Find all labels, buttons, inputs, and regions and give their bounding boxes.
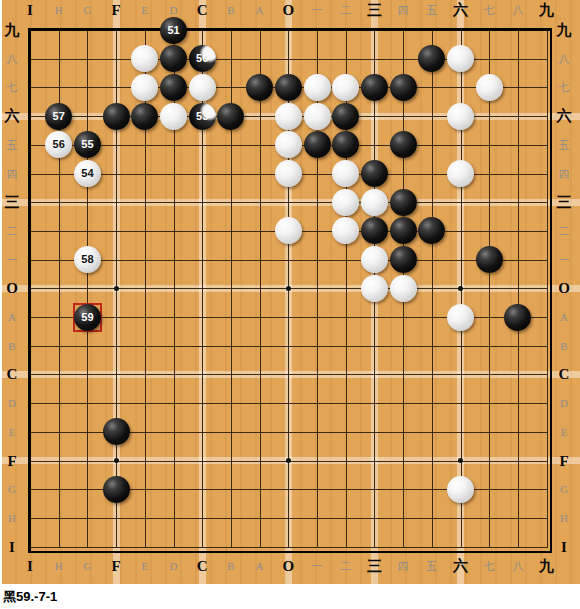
- coord-label-right: I: [561, 538, 567, 555]
- stone-black[interactable]: [361, 160, 388, 187]
- stone-black[interactable]: 59: [74, 304, 101, 331]
- coord-label-left: 二: [7, 223, 18, 238]
- grid-line: [489, 30, 490, 548]
- stone-black[interactable]: [418, 217, 445, 244]
- grid-line: [30, 374, 548, 375]
- board-border-bottom: [28, 551, 552, 553]
- stone-black[interactable]: 55: [74, 131, 101, 158]
- coord-label-right: 六: [557, 107, 572, 126]
- coord-label-top: 五: [426, 3, 437, 18]
- status-bar: 黑59.-7-1: [0, 584, 580, 609]
- move-number: 57: [53, 111, 65, 122]
- coord-label-right: 五: [559, 137, 570, 152]
- stone-black[interactable]: [160, 45, 187, 72]
- coord-label-bottom: H: [55, 560, 63, 572]
- coord-label-left: 九: [5, 21, 20, 40]
- move-number: 51: [167, 25, 179, 36]
- coord-label-left: 三: [5, 193, 20, 212]
- coord-label-bottom: 五: [426, 559, 437, 574]
- stone-white[interactable]: [304, 103, 331, 130]
- grid-line: [30, 518, 548, 519]
- stone-white[interactable]: [332, 160, 359, 187]
- go-board[interactable]: IHGFEDCBAO一二三四五六七八九IHGFEDCBAO一二三四五六七八九九八…: [0, 0, 580, 584]
- stone-black[interactable]: 57: [45, 103, 72, 130]
- stone-half-black-white[interactable]: 50: [189, 45, 216, 72]
- coord-label-left: 五: [7, 137, 18, 152]
- move-number: 55: [81, 139, 93, 150]
- grid-line: [30, 403, 548, 404]
- stone-black[interactable]: [504, 304, 531, 331]
- grid-line: [547, 30, 548, 548]
- coord-label-bottom: B: [227, 560, 234, 572]
- stone-black[interactable]: [275, 74, 302, 101]
- left-edge-strip: [0, 0, 2, 584]
- stone-black[interactable]: [390, 74, 417, 101]
- coord-label-bottom: O: [282, 558, 294, 575]
- go-app-window: IHGFEDCBAO一二三四五六七八九IHGFEDCBAO一二三四五六七八九九八…: [0, 0, 580, 609]
- coord-label-bottom: 九: [539, 557, 554, 576]
- coord-label-bottom: A: [256, 560, 264, 572]
- coord-label-bottom: 二: [340, 559, 351, 574]
- move-number: 50: [196, 53, 208, 64]
- board-border-right: [550, 28, 552, 553]
- stone-white[interactable]: 56: [45, 131, 72, 158]
- coord-label-left: O: [6, 280, 18, 297]
- coord-label-left: E: [9, 426, 16, 438]
- stone-white[interactable]: [189, 74, 216, 101]
- coord-label-bottom: 八: [512, 559, 523, 574]
- coord-label-bottom: E: [141, 560, 148, 572]
- coord-label-top: D: [170, 4, 178, 16]
- coord-label-left: I: [9, 538, 15, 555]
- stone-black[interactable]: [131, 103, 158, 130]
- stone-black[interactable]: [418, 45, 445, 72]
- coord-label-top: G: [83, 4, 91, 16]
- coord-label-top: A: [256, 4, 264, 16]
- coord-label-bottom: F: [112, 558, 121, 575]
- coord-label-top: F: [112, 2, 121, 19]
- star-point: [458, 286, 463, 291]
- coord-label-top: H: [55, 4, 63, 16]
- stone-white[interactable]: [275, 217, 302, 244]
- stone-white[interactable]: [332, 189, 359, 216]
- coord-label-left: 八: [7, 51, 18, 66]
- coord-label-top: C: [197, 2, 208, 19]
- grid-line: [30, 346, 548, 347]
- coord-label-right: H: [560, 512, 568, 524]
- coord-label-right: 八: [559, 51, 570, 66]
- coord-label-top: 一: [312, 3, 323, 18]
- stone-black[interactable]: [361, 74, 388, 101]
- stone-black[interactable]: [390, 189, 417, 216]
- coord-label-right: D: [560, 397, 568, 409]
- stone-black[interactable]: [476, 246, 503, 273]
- stone-white[interactable]: [332, 217, 359, 244]
- stone-black[interactable]: [160, 74, 187, 101]
- coord-label-right: A: [560, 311, 568, 323]
- coord-label-top: 八: [512, 3, 523, 18]
- coord-label-left: C: [7, 366, 18, 383]
- coord-label-right: 一: [559, 252, 570, 267]
- coord-label-top: O: [282, 2, 294, 19]
- stone-white[interactable]: [304, 74, 331, 101]
- coord-label-bottom: 七: [484, 559, 495, 574]
- stone-white[interactable]: [275, 131, 302, 158]
- coord-label-right: 七: [559, 80, 570, 95]
- star-point: [114, 458, 119, 463]
- coord-label-right: C: [559, 366, 570, 383]
- stone-white[interactable]: [447, 45, 474, 72]
- coord-label-bottom: 四: [398, 559, 409, 574]
- stone-black[interactable]: [390, 246, 417, 273]
- coord-label-bottom: 三: [367, 557, 382, 576]
- coord-label-bottom: C: [197, 558, 208, 575]
- stone-white[interactable]: 58: [74, 246, 101, 273]
- coord-label-top: 二: [340, 3, 351, 18]
- stone-white[interactable]: [361, 275, 388, 302]
- stone-black[interactable]: [217, 103, 244, 130]
- star-point: [286, 458, 291, 463]
- stone-white[interactable]: [361, 189, 388, 216]
- stone-white[interactable]: [361, 246, 388, 273]
- coord-label-left: D: [8, 397, 16, 409]
- stone-white[interactable]: [332, 74, 359, 101]
- stone-black[interactable]: [103, 103, 130, 130]
- stone-white[interactable]: [447, 160, 474, 187]
- coord-label-right: G: [560, 483, 568, 495]
- star-point: [286, 286, 291, 291]
- coord-label-top: 九: [539, 1, 554, 20]
- coord-label-right: 三: [557, 193, 572, 212]
- stone-white[interactable]: [160, 103, 187, 130]
- stone-white[interactable]: [131, 45, 158, 72]
- star-point: [114, 286, 119, 291]
- coord-label-top: I: [27, 2, 33, 19]
- stone-white[interactable]: [131, 74, 158, 101]
- coord-label-left: 四: [7, 166, 18, 181]
- stone-white[interactable]: [447, 103, 474, 130]
- coord-label-top: B: [227, 4, 234, 16]
- coord-label-top: 四: [398, 3, 409, 18]
- move-number: 58: [81, 254, 93, 265]
- coord-label-top: E: [141, 4, 148, 16]
- stone-white[interactable]: [447, 476, 474, 503]
- coord-label-top: 七: [484, 3, 495, 18]
- stone-black[interactable]: [246, 74, 273, 101]
- star-point: [458, 458, 463, 463]
- stone-white[interactable]: [390, 275, 417, 302]
- coord-label-right: O: [558, 280, 570, 297]
- move-number: 59: [81, 312, 93, 323]
- stone-black[interactable]: [361, 217, 388, 244]
- move-number: 54: [81, 168, 93, 179]
- stone-white[interactable]: [447, 304, 474, 331]
- stone-white[interactable]: [275, 160, 302, 187]
- coord-label-left: 一: [7, 252, 18, 267]
- coord-label-right: 四: [559, 166, 570, 181]
- board-border-top: [28, 28, 551, 31]
- stone-white[interactable]: [275, 103, 302, 130]
- coord-label-bottom: 一: [312, 559, 323, 574]
- stone-black[interactable]: [103, 418, 130, 445]
- coord-label-right: B: [560, 340, 567, 352]
- board-border-left: [28, 28, 31, 553]
- stone-white[interactable]: 54: [74, 160, 101, 187]
- stone-black[interactable]: 51: [160, 17, 187, 44]
- grid-line: [30, 547, 548, 548]
- coord-label-bottom: I: [27, 558, 33, 575]
- stone-half-black-white[interactable]: 53: [189, 103, 216, 130]
- coord-label-left: B: [8, 340, 15, 352]
- coord-label-left: H: [8, 512, 16, 524]
- stone-black[interactable]: [332, 131, 359, 158]
- stone-white[interactable]: [476, 74, 503, 101]
- coord-label-bottom: D: [170, 560, 178, 572]
- grid-line: [432, 30, 433, 548]
- coord-label-bottom: G: [83, 560, 91, 572]
- stone-black[interactable]: [103, 476, 130, 503]
- coord-label-right: 九: [557, 21, 572, 40]
- move-number: 53: [196, 111, 208, 122]
- stone-black[interactable]: [390, 217, 417, 244]
- coord-label-right: 二: [559, 223, 570, 238]
- coord-label-left: G: [8, 483, 16, 495]
- coord-label-bottom: 六: [453, 557, 468, 576]
- coord-label-left: 七: [7, 80, 18, 95]
- grid-line: [518, 30, 519, 548]
- coord-label-top: 六: [453, 1, 468, 20]
- stone-black[interactable]: [390, 131, 417, 158]
- coord-label-left: 六: [5, 107, 20, 126]
- coord-label-right: F: [559, 452, 568, 469]
- coord-label-left: A: [8, 311, 16, 323]
- stone-black[interactable]: [304, 131, 331, 158]
- coord-label-left: F: [7, 452, 16, 469]
- move-number: 56: [53, 139, 65, 150]
- coord-label-right: E: [561, 426, 568, 438]
- coord-label-top: 三: [367, 1, 382, 20]
- move-status-text: 黑59.-7-1: [3, 588, 57, 606]
- stone-black[interactable]: [332, 103, 359, 130]
